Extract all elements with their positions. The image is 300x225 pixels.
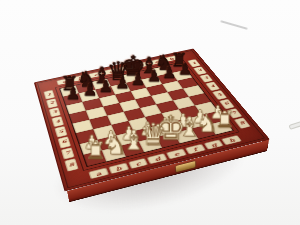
black-pawn: ♟ bbox=[59, 86, 88, 102]
background-scratch-mark bbox=[220, 20, 247, 30]
photo-stage: abcdefgh abcdefgh 12345678 12345678 ♜♞♝♛… bbox=[0, 0, 300, 225]
brass-hinge-icon bbox=[175, 161, 195, 172]
white-rook: ♜ bbox=[79, 140, 113, 164]
price-tag-string bbox=[289, 121, 300, 130]
